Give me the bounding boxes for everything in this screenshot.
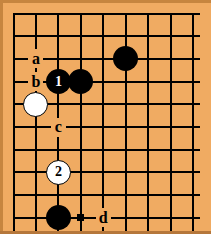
go-board-diagram: abcd12 — [0, 0, 211, 234]
point-label-text: d — [99, 210, 108, 226]
grid-line-vertical — [13, 13, 15, 232]
grid-line-horizontal — [13, 194, 201, 196]
stone-black-move-1: 1 — [46, 69, 71, 94]
point-label-text: c — [55, 119, 62, 135]
move-number: 1 — [55, 75, 62, 89]
point-label-text: a — [32, 51, 40, 67]
board-frame-left — [0, 0, 3, 234]
point-label-b: b — [28, 72, 43, 91]
grid-line-vertical — [192, 13, 194, 232]
point-label-a: a — [28, 49, 43, 68]
grid-line-horizontal — [13, 13, 201, 15]
grid-line-horizontal — [13, 35, 201, 37]
point-label-d: d — [96, 208, 111, 227]
board-frame-bottom — [0, 231, 211, 234]
grid-line-vertical — [102, 13, 104, 232]
grid-line-horizontal — [13, 171, 201, 173]
grid-line-vertical — [35, 13, 37, 232]
grid-line-vertical — [147, 13, 149, 232]
stone-black — [46, 205, 71, 230]
stone-black — [68, 69, 93, 94]
stone-black — [113, 46, 138, 71]
grid-line-horizontal — [13, 126, 201, 128]
stone-white — [23, 92, 48, 117]
star-point-marker — [77, 214, 84, 221]
grid-line-vertical — [125, 13, 127, 232]
board-frame-top — [0, 0, 211, 3]
grid-line-vertical — [170, 13, 172, 232]
move-number: 2 — [55, 165, 62, 179]
stone-white-move-2: 2 — [46, 160, 71, 185]
point-label-text: b — [31, 74, 40, 90]
point-label-c: c — [51, 118, 66, 137]
grid-line-horizontal — [13, 149, 201, 151]
grid-line-vertical — [80, 13, 82, 232]
